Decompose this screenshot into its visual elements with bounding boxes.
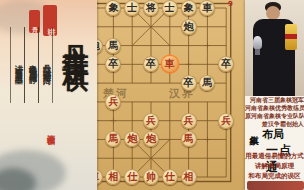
right-info-panel: 河南省三届象棋冠军 河南省象棋优秀教练员 原河南省象棋专业队队员 楚汉争霸创始人… — [245, 0, 304, 190]
slogan-part: 布局 — [262, 127, 284, 142]
poem-column-2: 青峰波深雪雨静 — [24, 27, 39, 103]
channel-title: 丹青讲棋 — [60, 24, 94, 180]
person-face — [266, 6, 280, 20]
red-piece[interactable]: 兵 — [143, 113, 159, 129]
red-piece[interactable]: 兵 — [218, 113, 234, 129]
red-piece[interactable]: 馬 — [181, 131, 197, 147]
player-photo — [245, 0, 304, 96]
red-caption-seal-text: 诗画棋谭 — [45, 128, 56, 168]
black-piece[interactable]: 馬 — [105, 38, 121, 54]
black-piece[interactable]: 炮 — [181, 19, 197, 35]
poem-column-3: 讲席明遇山息墨 — [10, 27, 25, 103]
poem-column-1: 丹阳城南秋海阔 — [38, 27, 53, 103]
cut-off-text-bar — [247, 181, 304, 190]
description-line: 讲解布局原理 — [245, 162, 304, 171]
silver-trophy-icon — [253, 36, 262, 49]
red-piece[interactable]: 帅 — [143, 169, 159, 185]
black-piece[interactable]: 士 — [162, 0, 178, 16]
gold-trophy-icon — [285, 24, 297, 50]
black-piece[interactable]: 将 — [143, 0, 159, 16]
red-piece[interactable]: 相 — [181, 169, 197, 185]
description-line: 用最通俗易懂的方式 — [245, 152, 304, 161]
file-number-label: 9 — [228, 0, 233, 8]
black-piece[interactable]: 卒 — [181, 75, 197, 91]
red-piece[interactable]: 兵 — [181, 113, 197, 129]
left-calligraphy-panel: 丹青 讲棋 丹阳城南秋海阔 青峰波深雪雨静 讲席明遇山息墨 丹青讲棋 诗画棋谭 — [0, 0, 97, 190]
red-piece[interactable]: 仕 — [162, 169, 178, 185]
description-line: 和布局完成的误区 — [245, 172, 304, 181]
black-piece[interactable]: 象 — [181, 0, 197, 16]
